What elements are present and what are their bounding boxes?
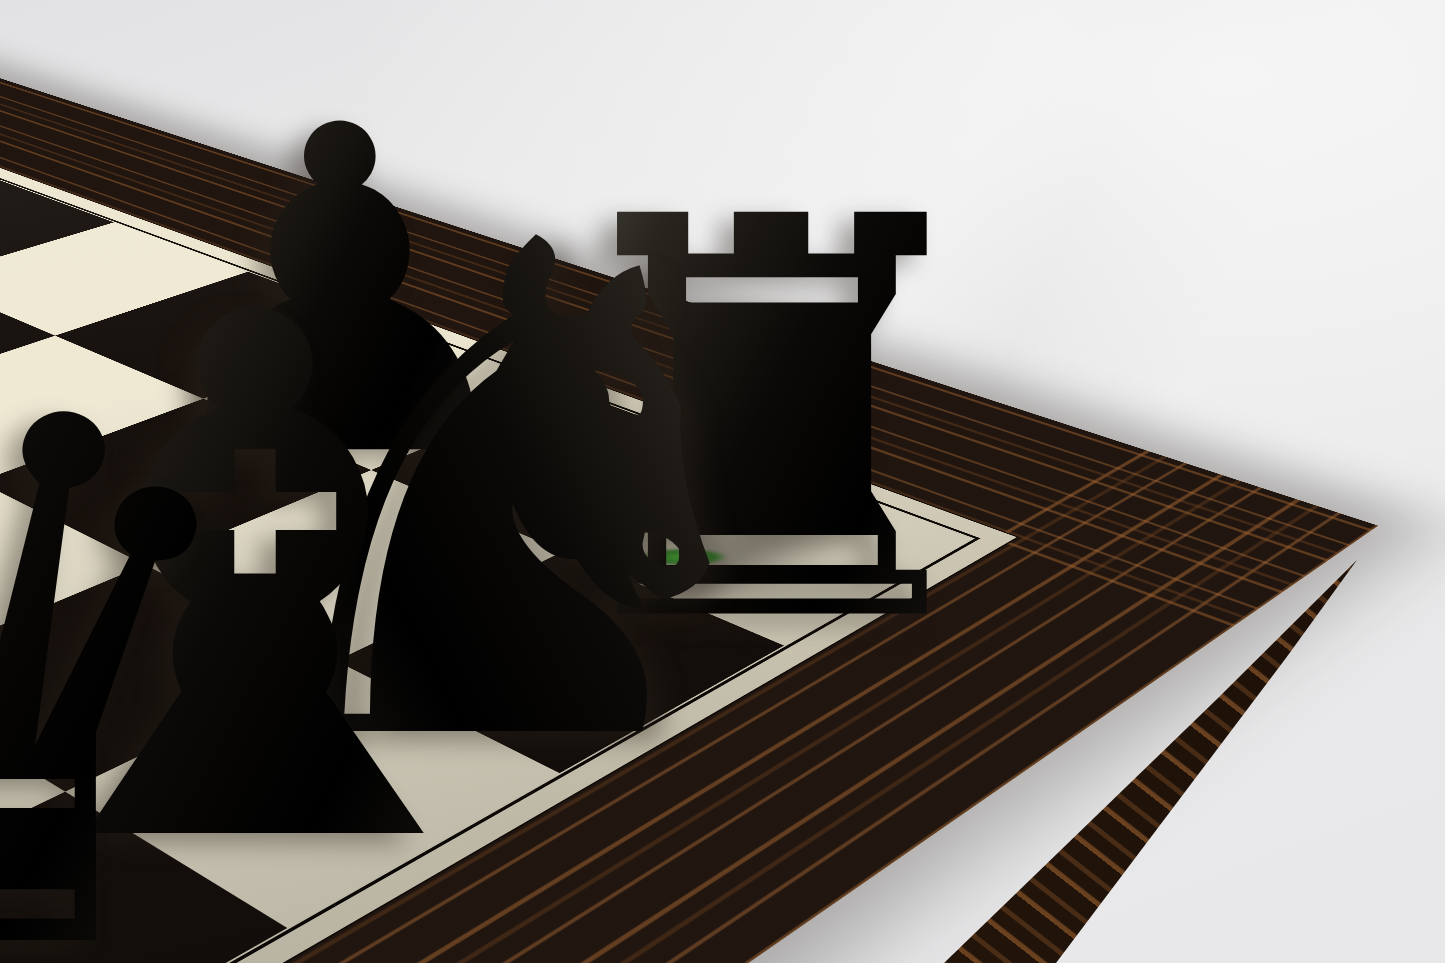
photo-stage: ♟ ♜ ♞ ♝ ♛ [0,0,1445,963]
black-queen: ♛ [0,297,281,963]
